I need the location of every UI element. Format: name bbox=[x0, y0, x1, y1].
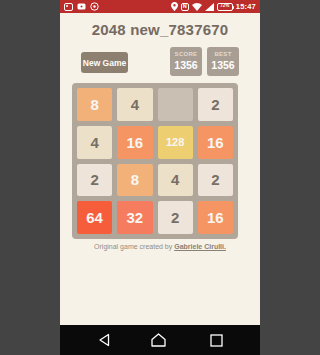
back-button[interactable] bbox=[96, 332, 112, 348]
tile: 4 bbox=[117, 88, 152, 121]
recents-button[interactable] bbox=[208, 332, 224, 348]
location-pin-icon bbox=[171, 2, 178, 11]
android-nav-bar bbox=[60, 325, 260, 355]
tile: 8 bbox=[117, 164, 152, 197]
clock: 15:47 bbox=[236, 2, 256, 11]
tile: 2 bbox=[198, 88, 233, 121]
tile: 16 bbox=[117, 126, 152, 159]
attribution-author-link[interactable]: Gabriele Cirulli. bbox=[174, 243, 226, 250]
tile: 4 bbox=[158, 164, 193, 197]
tile: 2 bbox=[158, 201, 193, 234]
gallery-icon bbox=[64, 3, 73, 11]
new-game-button[interactable]: New Game bbox=[81, 52, 128, 73]
message-icon bbox=[77, 3, 86, 11]
score-box: SCORE 1356 bbox=[170, 47, 202, 76]
score-value: 1356 bbox=[174, 59, 197, 72]
tile: 2 bbox=[77, 164, 112, 197]
phone-screen: N 72% 15:47 2048 new_7837670 New Game SC… bbox=[60, 0, 260, 355]
attribution-text: Original game created by Gabriele Cirull… bbox=[60, 243, 260, 250]
tile: 128 bbox=[158, 126, 193, 159]
empty-cell bbox=[158, 88, 193, 121]
game-board[interactable]: 8 4 2 4 16 128 16 2 8 4 2 64 32 2 16 bbox=[72, 83, 238, 239]
score-label: SCORE bbox=[175, 51, 198, 59]
battery-icon: 72% bbox=[217, 3, 233, 11]
best-value: 1356 bbox=[211, 59, 234, 72]
best-box: BEST 1356 bbox=[207, 47, 239, 76]
home-button[interactable] bbox=[150, 332, 166, 348]
tile: 64 bbox=[77, 201, 112, 234]
tile: 8 bbox=[77, 88, 112, 121]
nfc-icon: N bbox=[181, 3, 189, 11]
signal-icon bbox=[205, 3, 214, 11]
tile: 16 bbox=[198, 126, 233, 159]
notification-icons bbox=[64, 2, 99, 11]
page-title: 2048 new_7837670 bbox=[60, 21, 260, 38]
best-label: BEST bbox=[214, 51, 231, 59]
system-status-icons: N 72% 15:47 bbox=[171, 2, 256, 11]
camera-circle-icon bbox=[90, 2, 99, 11]
wifi-icon bbox=[192, 3, 202, 11]
tile: 32 bbox=[117, 201, 152, 234]
status-bar: N 72% 15:47 bbox=[60, 0, 260, 13]
tile: 16 bbox=[198, 201, 233, 234]
attribution-prefix: Original game created by bbox=[94, 243, 174, 250]
tile: 2 bbox=[198, 164, 233, 197]
tile: 4 bbox=[77, 126, 112, 159]
